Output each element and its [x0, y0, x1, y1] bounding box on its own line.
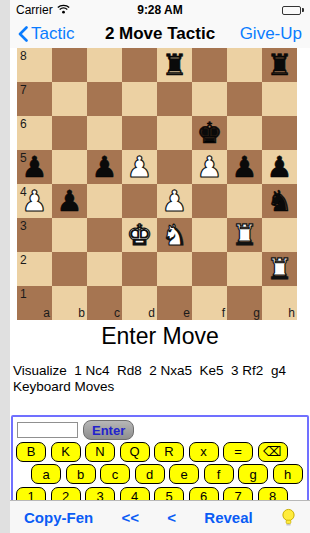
- square-f2[interactable]: [192, 252, 227, 286]
- file-label-h: h: [288, 306, 295, 320]
- piece-black-knight: ♞︎: [262, 184, 297, 218]
- piece-white-pawn: ♟︎: [157, 184, 192, 218]
- app-window: Carrier 9:28 AM Tactic 2 Move Tactic Giv…: [10, 0, 310, 533]
- square-d1[interactable]: d: [122, 286, 157, 320]
- square-f4[interactable]: [192, 184, 227, 218]
- square-g7[interactable]: [227, 82, 262, 116]
- square-a2[interactable]: 2: [17, 252, 52, 286]
- square-d7[interactable]: [122, 82, 157, 116]
- square-b8[interactable]: [52, 48, 87, 82]
- piece-black-pawn: ♟︎: [52, 184, 87, 218]
- square-c3[interactable]: [87, 218, 122, 252]
- key-c[interactable]: c: [100, 464, 130, 484]
- piece-black-rook: ♜︎: [157, 48, 192, 82]
- square-b3[interactable]: [52, 218, 87, 252]
- key-Q[interactable]: Q: [120, 442, 150, 462]
- key-d[interactable]: d: [135, 464, 165, 484]
- piece-black-pawn: ♟︎: [17, 150, 52, 184]
- square-h5[interactable]: ♟︎: [262, 150, 297, 184]
- key-f[interactable]: f: [204, 464, 234, 484]
- rank-label-3: 3: [20, 219, 27, 233]
- back-one-move-button[interactable]: <: [167, 509, 176, 526]
- square-h3[interactable]: [262, 218, 297, 252]
- key-K[interactable]: K: [51, 442, 81, 462]
- lightbulb-icon[interactable]: [281, 508, 296, 527]
- file-label-c: c: [114, 306, 120, 320]
- enter-move-prompt: Enter Move: [10, 323, 310, 350]
- keyboard-moves-label: Keyboard Moves: [13, 379, 310, 394]
- nav-bar: Tactic 2 Move Tactic Give-Up: [10, 20, 310, 48]
- square-b6[interactable]: [52, 116, 87, 150]
- square-g5[interactable]: ♟︎: [227, 150, 262, 184]
- piece-white-pawn: ♟︎: [17, 184, 52, 218]
- square-c5[interactable]: ♟︎: [87, 150, 122, 184]
- key-=[interactable]: =: [223, 442, 253, 462]
- piece-white-rook: ♜︎: [262, 252, 297, 286]
- square-a5[interactable]: 5♟︎: [17, 150, 52, 184]
- square-c4[interactable]: [87, 184, 122, 218]
- square-b2[interactable]: [52, 252, 87, 286]
- piece-black-pawn: ♟︎: [87, 150, 122, 184]
- status-bar: Carrier 9:28 AM: [10, 0, 310, 20]
- square-a7[interactable]: 7: [17, 82, 52, 116]
- square-c7[interactable]: [87, 82, 122, 116]
- file-label-b: b: [78, 306, 85, 320]
- file-label-g: g: [253, 306, 260, 320]
- piece-black-king: ♚︎: [192, 116, 227, 150]
- square-h4[interactable]: ♞︎: [262, 184, 297, 218]
- square-g4[interactable]: [227, 184, 262, 218]
- square-d6[interactable]: [122, 116, 157, 150]
- square-a8[interactable]: 8: [17, 48, 52, 82]
- square-a6[interactable]: 6: [17, 116, 52, 150]
- square-b1[interactable]: b: [52, 286, 87, 320]
- key-row-pieces: BKNQRx=⌫: [14, 442, 306, 462]
- piece-black-rook: ♜︎: [262, 48, 297, 82]
- square-f5[interactable]: ♟︎: [192, 150, 227, 184]
- square-f1[interactable]: f: [192, 286, 227, 320]
- square-b5[interactable]: [52, 150, 87, 184]
- battery-icon: [282, 6, 304, 15]
- square-e4[interactable]: ♟︎: [157, 184, 192, 218]
- square-e8[interactable]: ♜︎: [157, 48, 192, 82]
- file-label-f: f: [222, 306, 225, 320]
- rank-label-1: 1: [20, 287, 27, 301]
- key-row-files: abcdefgh: [14, 464, 306, 484]
- square-f6[interactable]: ♚︎: [192, 116, 227, 150]
- square-g3[interactable]: ♜︎: [227, 218, 262, 252]
- key-h[interactable]: h: [273, 464, 303, 484]
- square-f8[interactable]: [192, 48, 227, 82]
- square-e5[interactable]: [157, 150, 192, 184]
- square-g2[interactable]: [227, 252, 262, 286]
- rank-label-7: 7: [20, 83, 27, 97]
- square-h1[interactable]: h: [262, 286, 297, 320]
- copy-fen-button[interactable]: Copy-Fen: [24, 509, 93, 526]
- move-keyboard-panel: Enter BKNQRx=⌫ abcdefgh 12345678: [11, 415, 309, 513]
- piece-black-pawn: ♟︎: [262, 150, 297, 184]
- square-c2[interactable]: [87, 252, 122, 286]
- file-label-d: d: [148, 306, 155, 320]
- square-e2[interactable]: [157, 252, 192, 286]
- reveal-button[interactable]: Reveal: [204, 509, 252, 526]
- carrier-label: Carrier: [16, 3, 53, 17]
- bottom-toolbar: Copy-Fen << < Reveal: [10, 500, 310, 533]
- square-b7[interactable]: [52, 82, 87, 116]
- key-g[interactable]: g: [238, 464, 268, 484]
- square-e6[interactable]: [157, 116, 192, 150]
- enter-button[interactable]: Enter: [83, 420, 134, 440]
- square-f3[interactable]: [192, 218, 227, 252]
- square-h8[interactable]: ♜︎: [262, 48, 297, 82]
- file-label-e: e: [183, 306, 190, 320]
- square-d8[interactable]: [122, 48, 157, 82]
- square-d3[interactable]: ♚︎: [122, 218, 157, 252]
- piece-black-pawn: ♟︎: [227, 150, 262, 184]
- square-a1[interactable]: 1a: [17, 286, 52, 320]
- square-b4[interactable]: ♟︎: [52, 184, 87, 218]
- wifi-icon: [57, 3, 70, 17]
- rank-label-6: 6: [20, 117, 27, 131]
- square-h6[interactable]: [262, 116, 297, 150]
- square-c8[interactable]: [87, 48, 122, 82]
- square-h2[interactable]: ♜︎: [262, 252, 297, 286]
- key-b[interactable]: b: [66, 464, 96, 484]
- square-e3[interactable]: ♞︎: [157, 218, 192, 252]
- square-d5[interactable]: ♟︎: [122, 150, 157, 184]
- rank-label-2: 2: [20, 253, 27, 267]
- piece-white-knight: ♞︎: [157, 218, 192, 252]
- piece-white-rook: ♜︎: [227, 218, 262, 252]
- chess-board: 8♜︎♜︎76♚︎5♟︎♟︎♟︎♟︎♟︎♟︎4♟︎♟︎♟︎♞︎3♚︎♞︎♜︎2♜…: [17, 48, 297, 320]
- square-c6[interactable]: [87, 116, 122, 150]
- piece-white-pawn: ♟︎: [192, 150, 227, 184]
- key-a[interactable]: a: [31, 464, 61, 484]
- square-g1[interactable]: g: [227, 286, 262, 320]
- square-a3[interactable]: 3: [17, 218, 52, 252]
- rank-label-8: 8: [20, 49, 27, 63]
- square-a4[interactable]: 4♟︎: [17, 184, 52, 218]
- square-h7[interactable]: [262, 82, 297, 116]
- move-input[interactable]: [17, 422, 78, 438]
- square-d2[interactable]: [122, 252, 157, 286]
- piece-white-king: ♚︎: [122, 218, 157, 252]
- square-g8[interactable]: [227, 48, 262, 82]
- square-c1[interactable]: c: [87, 286, 122, 320]
- key-N[interactable]: N: [85, 442, 115, 462]
- piece-white-pawn: ♟︎: [122, 150, 157, 184]
- rewind-all-button[interactable]: <<: [121, 509, 139, 526]
- square-f7[interactable]: [192, 82, 227, 116]
- key-B[interactable]: B: [16, 442, 46, 462]
- square-g6[interactable]: [227, 116, 262, 150]
- key-R[interactable]: R: [154, 442, 184, 462]
- key-x[interactable]: x: [189, 442, 219, 462]
- visualize-line: Visualize 1 Nc4 Rd8 2 Nxa5 Ke5 3 Rf2 g4: [13, 363, 310, 378]
- key-e[interactable]: e: [169, 464, 199, 484]
- square-e1[interactable]: e: [157, 286, 192, 320]
- give-up-button[interactable]: Give-Up: [240, 24, 302, 44]
- square-d4[interactable]: [122, 184, 157, 218]
- square-e7[interactable]: [157, 82, 192, 116]
- key-backspace[interactable]: ⌫: [258, 442, 288, 462]
- file-label-a: a: [43, 306, 50, 320]
